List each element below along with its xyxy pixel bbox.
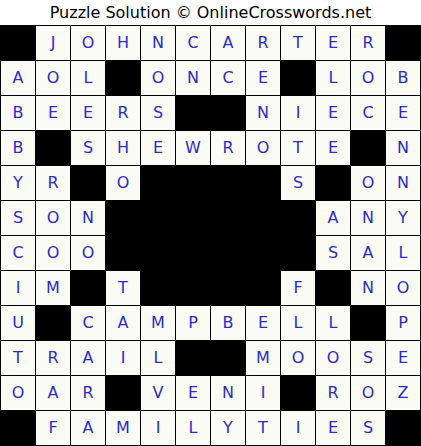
letter-cell-r1c4: O [141, 61, 176, 96]
letter-cell-r7c10: N [351, 271, 386, 306]
letter-cell-r6c2: O [71, 236, 106, 271]
block-cell-r7c5 [176, 271, 211, 306]
letter-cell-r10c6: N [211, 376, 246, 411]
letter-cell-r7c3: T [106, 271, 141, 306]
block-cell-r7c9 [316, 271, 351, 306]
letter-cell-r1c0: A [1, 61, 36, 96]
letter-cell-r10c11: Z [386, 376, 421, 411]
block-cell-r6c4 [141, 236, 176, 271]
block-cell-r2c5 [176, 96, 211, 131]
letter-cell-r2c8: I [281, 96, 316, 131]
letter-cell-r10c1: A [36, 376, 71, 411]
block-cell-r10c8 [281, 376, 316, 411]
letter-cell-r4c10: O [351, 166, 386, 201]
letter-cell-r7c8: F [281, 271, 316, 306]
letter-cell-r3c7: O [246, 131, 281, 166]
letter-cell-r0c5: C [176, 26, 211, 61]
letter-cell-r11c1: F [36, 411, 71, 446]
letter-cell-r5c0: S [1, 201, 36, 236]
letter-cell-r3c9: E [316, 131, 351, 166]
letter-cell-r10c4: V [141, 376, 176, 411]
block-cell-r1c8 [281, 61, 316, 96]
letter-cell-r4c1: R [36, 166, 71, 201]
letter-cell-r5c2: N [71, 201, 106, 236]
letter-cell-r1c7: E [246, 61, 281, 96]
letter-cell-r5c10: N [351, 201, 386, 236]
letter-cell-r8c3: A [106, 306, 141, 341]
letter-cell-r11c2: A [71, 411, 106, 446]
block-cell-r5c5 [176, 201, 211, 236]
letter-cell-r1c10: O [351, 61, 386, 96]
block-cell-r7c2 [71, 271, 106, 306]
block-cell-r11c0 [1, 411, 36, 446]
block-cell-r2c6 [211, 96, 246, 131]
letter-cell-r8c11: P [386, 306, 421, 341]
block-cell-r6c5 [176, 236, 211, 271]
letter-cell-r2c2: E [71, 96, 106, 131]
letter-cell-r5c9: A [316, 201, 351, 236]
block-cell-r6c3 [106, 236, 141, 271]
letter-cell-r11c7: T [246, 411, 281, 446]
letter-cell-r0c3: H [106, 26, 141, 61]
letter-cell-r1c1: O [36, 61, 71, 96]
block-cell-r6c6 [211, 236, 246, 271]
letter-cell-r2c10: C [351, 96, 386, 131]
letter-cell-r0c1: J [36, 26, 71, 61]
letter-cell-r10c0: O [1, 376, 36, 411]
letter-cell-r1c11: B [386, 61, 421, 96]
letter-cell-r10c9: R [316, 376, 351, 411]
letter-cell-r11c3: M [106, 411, 141, 446]
block-cell-r4c7 [246, 166, 281, 201]
block-cell-r9c5 [176, 341, 211, 376]
letter-cell-r10c7: I [246, 376, 281, 411]
letter-cell-r11c4: I [141, 411, 176, 446]
block-cell-r0c11 [386, 26, 421, 61]
block-cell-r6c7 [246, 236, 281, 271]
letter-cell-r2c11: E [386, 96, 421, 131]
block-cell-r4c5 [176, 166, 211, 201]
letter-cell-r11c5: L [176, 411, 211, 446]
block-cell-r4c6 [211, 166, 246, 201]
block-cell-r10c3 [106, 376, 141, 411]
letter-cell-r10c10: O [351, 376, 386, 411]
letter-cell-r3c8: T [281, 131, 316, 166]
letter-cell-r8c2: C [71, 306, 106, 341]
letter-cell-r0c8: T [281, 26, 316, 61]
block-cell-r4c4 [141, 166, 176, 201]
letter-cell-r9c10: S [351, 341, 386, 376]
block-cell-r0c0 [1, 26, 36, 61]
letter-cell-r4c8: S [281, 166, 316, 201]
letter-cell-r0c10: R [351, 26, 386, 61]
block-cell-r5c4 [141, 201, 176, 236]
letter-cell-r0c4: N [141, 26, 176, 61]
letter-cell-r8c9: L [316, 306, 351, 341]
letter-cell-r9c1: R [36, 341, 71, 376]
letter-cell-r6c0: C [1, 236, 36, 271]
letter-cell-r9c9: O [316, 341, 351, 376]
crossword-grid: JOHNCARTERAOLONCELOBBEERSNIECEBSHEWROTEN… [0, 25, 421, 446]
letter-cell-r3c11: N [386, 131, 421, 166]
block-cell-r7c6 [211, 271, 246, 306]
letter-cell-r8c0: U [1, 306, 36, 341]
letter-cell-r0c2: O [71, 26, 106, 61]
letter-cell-r7c11: O [386, 271, 421, 306]
letter-cell-r0c6: A [211, 26, 246, 61]
letter-cell-r0c7: R [246, 26, 281, 61]
letter-cell-r4c3: O [106, 166, 141, 201]
block-cell-r5c8 [281, 201, 316, 236]
letter-cell-r9c2: A [71, 341, 106, 376]
letter-cell-r7c0: I [1, 271, 36, 306]
letter-cell-r3c3: H [106, 131, 141, 166]
letter-cell-r3c5: W [176, 131, 211, 166]
letter-cell-r6c10: A [351, 236, 386, 271]
letter-cell-r0c9: E [316, 26, 351, 61]
letter-cell-r6c1: O [36, 236, 71, 271]
letter-cell-r9c4: L [141, 341, 176, 376]
letter-cell-r9c8: O [281, 341, 316, 376]
block-cell-r9c6 [211, 341, 246, 376]
letter-cell-r4c11: N [386, 166, 421, 201]
block-cell-r7c4 [141, 271, 176, 306]
block-cell-r8c10 [351, 306, 386, 341]
letter-cell-r8c4: M [141, 306, 176, 341]
letter-cell-r8c8: L [281, 306, 316, 341]
letter-cell-r11c10: S [351, 411, 386, 446]
letter-cell-r10c2: R [71, 376, 106, 411]
letter-cell-r8c5: P [176, 306, 211, 341]
letter-cell-r11c6: Y [211, 411, 246, 446]
letter-cell-r3c0: B [1, 131, 36, 166]
letter-cell-r6c9: S [316, 236, 351, 271]
block-cell-r4c9 [316, 166, 351, 201]
letter-cell-r2c3: R [106, 96, 141, 131]
block-cell-r6c8 [281, 236, 316, 271]
letter-cell-r11c8: I [281, 411, 316, 446]
letter-cell-r7c1: M [36, 271, 71, 306]
letter-cell-r10c5: E [176, 376, 211, 411]
block-cell-r1c3 [106, 61, 141, 96]
block-cell-r7c7 [246, 271, 281, 306]
letter-cell-r3c6: R [211, 131, 246, 166]
letter-cell-r9c11: E [386, 341, 421, 376]
block-cell-r11c11 [386, 411, 421, 446]
letter-cell-r1c6: C [211, 61, 246, 96]
letter-cell-r9c7: M [246, 341, 281, 376]
letter-cell-r1c5: N [176, 61, 211, 96]
letter-cell-r2c9: E [316, 96, 351, 131]
letter-cell-r11c9: E [316, 411, 351, 446]
letter-cell-r6c11: L [386, 236, 421, 271]
block-cell-r3c10 [351, 131, 386, 166]
block-cell-r5c6 [211, 201, 246, 236]
letter-cell-r2c1: E [36, 96, 71, 131]
block-cell-r5c3 [106, 201, 141, 236]
block-cell-r3c1 [36, 131, 71, 166]
letter-cell-r8c7: E [246, 306, 281, 341]
page-title: Puzzle Solution © OnlineCrosswords.net [0, 0, 421, 25]
letter-cell-r1c2: L [71, 61, 106, 96]
letter-cell-r8c6: B [211, 306, 246, 341]
block-cell-r5c7 [246, 201, 281, 236]
letter-cell-r4c0: Y [1, 166, 36, 201]
block-cell-r4c2 [71, 166, 106, 201]
puzzle-solution-page: Puzzle Solution © OnlineCrosswords.net J… [0, 0, 421, 446]
letter-cell-r5c1: O [36, 201, 71, 236]
letter-cell-r2c4: S [141, 96, 176, 131]
letter-cell-r2c0: B [1, 96, 36, 131]
letter-cell-r3c2: S [71, 131, 106, 166]
letter-cell-r9c0: T [1, 341, 36, 376]
letter-cell-r3c4: E [141, 131, 176, 166]
block-cell-r8c1 [36, 306, 71, 341]
letter-cell-r5c11: Y [386, 201, 421, 236]
letter-cell-r2c7: N [246, 96, 281, 131]
letter-cell-r1c9: L [316, 61, 351, 96]
letter-cell-r9c3: I [106, 341, 141, 376]
